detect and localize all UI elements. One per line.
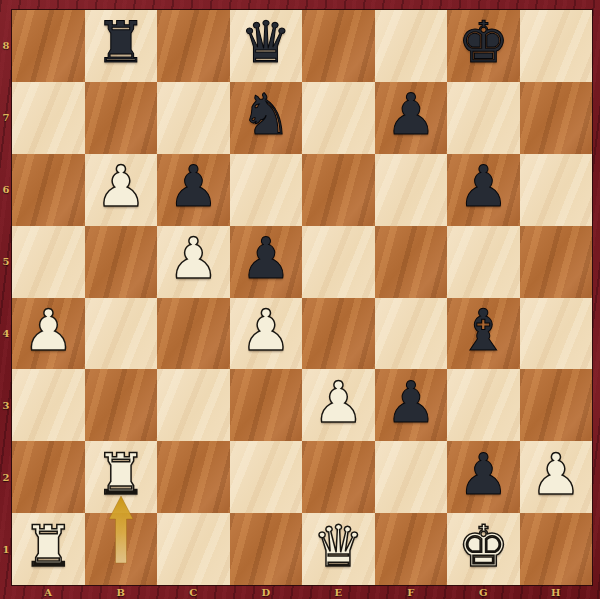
file-label-d: D bbox=[230, 585, 303, 599]
square-b4[interactable] bbox=[85, 298, 158, 370]
white-pawn-d4[interactable]: ♟ bbox=[240, 302, 291, 359]
square-g6[interactable]: ♟ bbox=[447, 154, 520, 226]
black-king-g8[interactable]: ♚ bbox=[458, 14, 509, 71]
square-f6[interactable] bbox=[375, 154, 448, 226]
white-pawn-a4[interactable]: ♟ bbox=[23, 302, 74, 359]
square-f1[interactable] bbox=[375, 513, 448, 585]
white-queen-e1[interactable]: ♛ bbox=[313, 518, 364, 575]
square-c6[interactable]: ♟ bbox=[157, 154, 230, 226]
file-label-e: E bbox=[302, 585, 375, 599]
square-b6[interactable]: ♟ bbox=[85, 154, 158, 226]
black-bishop-g4[interactable]: ♝ bbox=[458, 302, 509, 359]
square-f8[interactable] bbox=[375, 10, 448, 82]
square-b7[interactable] bbox=[85, 82, 158, 154]
square-c4[interactable] bbox=[157, 298, 230, 370]
square-b3[interactable] bbox=[85, 369, 158, 441]
square-e2[interactable] bbox=[302, 441, 375, 513]
square-c3[interactable] bbox=[157, 369, 230, 441]
square-e8[interactable] bbox=[302, 10, 375, 82]
square-g8[interactable]: ♚ bbox=[447, 10, 520, 82]
file-label-b: B bbox=[85, 585, 158, 599]
square-b5[interactable] bbox=[85, 226, 158, 298]
white-rook-b2[interactable]: ♜ bbox=[95, 446, 146, 503]
square-e5[interactable] bbox=[302, 226, 375, 298]
rank-label-5: 5 bbox=[0, 226, 12, 298]
black-pawn-f3[interactable]: ♟ bbox=[385, 374, 436, 431]
square-a8[interactable] bbox=[12, 10, 85, 82]
white-pawn-c5[interactable]: ♟ bbox=[168, 230, 219, 287]
square-f5[interactable] bbox=[375, 226, 448, 298]
white-pawn-e3[interactable]: ♟ bbox=[313, 374, 364, 431]
square-d5[interactable]: ♟ bbox=[230, 226, 303, 298]
square-g5[interactable] bbox=[447, 226, 520, 298]
black-pawn-g6[interactable]: ♟ bbox=[458, 158, 509, 215]
rank-label-7: 7 bbox=[0, 82, 12, 154]
rank-label-3: 3 bbox=[0, 369, 12, 441]
chess-board[interactable]: ♜♛♚♞♟♟♟♟♟♟♟♟♝♟♟♜♟♟♜♛♚ bbox=[12, 10, 592, 585]
square-e4[interactable] bbox=[302, 298, 375, 370]
square-e3[interactable]: ♟ bbox=[302, 369, 375, 441]
square-h3[interactable] bbox=[520, 369, 593, 441]
square-f4[interactable] bbox=[375, 298, 448, 370]
rank-label-6: 6 bbox=[0, 154, 12, 226]
square-e6[interactable] bbox=[302, 154, 375, 226]
file-label-c: C bbox=[157, 585, 230, 599]
square-d3[interactable] bbox=[230, 369, 303, 441]
black-knight-d7[interactable]: ♞ bbox=[240, 86, 291, 143]
square-d2[interactable] bbox=[230, 441, 303, 513]
square-a6[interactable] bbox=[12, 154, 85, 226]
white-king-g1[interactable]: ♚ bbox=[458, 518, 509, 575]
black-pawn-f7[interactable]: ♟ bbox=[385, 86, 436, 143]
square-b1[interactable] bbox=[85, 513, 158, 585]
black-queen-d8[interactable]: ♛ bbox=[240, 14, 291, 71]
rank-label-8: 8 bbox=[0, 10, 12, 82]
black-pawn-c6[interactable]: ♟ bbox=[168, 158, 219, 215]
board-frame: 87654321 ABCDEFGH ♜♛♚♞♟♟♟♟♟♟♟♟♝♟♟♜♟♟♜♛♚ bbox=[0, 0, 600, 599]
square-c5[interactable]: ♟ bbox=[157, 226, 230, 298]
square-a2[interactable] bbox=[12, 441, 85, 513]
square-f7[interactable]: ♟ bbox=[375, 82, 448, 154]
black-pawn-g2[interactable]: ♟ bbox=[458, 446, 509, 503]
square-d8[interactable]: ♛ bbox=[230, 10, 303, 82]
square-a1[interactable]: ♜ bbox=[12, 513, 85, 585]
square-f2[interactable] bbox=[375, 441, 448, 513]
square-h1[interactable] bbox=[520, 513, 593, 585]
white-rook-a1[interactable]: ♜ bbox=[23, 518, 74, 575]
square-h5[interactable] bbox=[520, 226, 593, 298]
square-e7[interactable] bbox=[302, 82, 375, 154]
square-a5[interactable] bbox=[12, 226, 85, 298]
rank-label-1: 1 bbox=[0, 513, 12, 585]
square-h2[interactable]: ♟ bbox=[520, 441, 593, 513]
square-d4[interactable]: ♟ bbox=[230, 298, 303, 370]
square-b2[interactable]: ♜ bbox=[85, 441, 158, 513]
black-pawn-d5[interactable]: ♟ bbox=[240, 230, 291, 287]
square-f3[interactable]: ♟ bbox=[375, 369, 448, 441]
file-label-a: A bbox=[12, 585, 85, 599]
square-d6[interactable] bbox=[230, 154, 303, 226]
square-g3[interactable] bbox=[447, 369, 520, 441]
white-pawn-h2[interactable]: ♟ bbox=[530, 446, 581, 503]
square-h7[interactable] bbox=[520, 82, 593, 154]
square-d7[interactable]: ♞ bbox=[230, 82, 303, 154]
square-h8[interactable] bbox=[520, 10, 593, 82]
black-rook-b8[interactable]: ♜ bbox=[95, 14, 146, 71]
rank-label-4: 4 bbox=[0, 298, 12, 370]
square-h6[interactable] bbox=[520, 154, 593, 226]
square-d1[interactable] bbox=[230, 513, 303, 585]
rank-labels: 87654321 bbox=[0, 10, 12, 585]
square-g4[interactable]: ♝ bbox=[447, 298, 520, 370]
white-pawn-b6[interactable]: ♟ bbox=[95, 158, 146, 215]
square-c2[interactable] bbox=[157, 441, 230, 513]
square-h4[interactable] bbox=[520, 298, 593, 370]
square-a7[interactable] bbox=[12, 82, 85, 154]
square-c8[interactable] bbox=[157, 10, 230, 82]
square-b8[interactable]: ♜ bbox=[85, 10, 158, 82]
rank-label-2: 2 bbox=[0, 441, 12, 513]
square-a3[interactable] bbox=[12, 369, 85, 441]
square-g2[interactable]: ♟ bbox=[447, 441, 520, 513]
file-labels: ABCDEFGH bbox=[12, 585, 592, 599]
file-label-f: F bbox=[375, 585, 448, 599]
square-g7[interactable] bbox=[447, 82, 520, 154]
file-label-h: H bbox=[520, 585, 593, 599]
square-e1[interactable]: ♛ bbox=[302, 513, 375, 585]
square-c7[interactable] bbox=[157, 82, 230, 154]
file-label-g: G bbox=[447, 585, 520, 599]
square-a4[interactable]: ♟ bbox=[12, 298, 85, 370]
square-c1[interactable] bbox=[157, 513, 230, 585]
square-g1[interactable]: ♚ bbox=[447, 513, 520, 585]
